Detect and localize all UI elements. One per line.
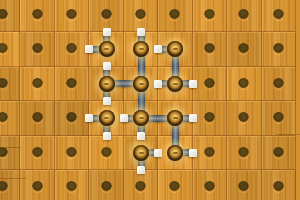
pipe-open-end [189, 80, 197, 88]
piece-layer [0, 0, 300, 200]
pipe-hub-icon [99, 110, 115, 126]
pipe-hub-icon [167, 76, 183, 92]
pipe-hub-icon [167, 145, 183, 161]
pipe-open-end [154, 80, 162, 88]
pipe-open-end [137, 132, 145, 140]
pipe-hub-icon [167, 110, 183, 126]
pipe-open-end [103, 28, 111, 36]
pipe-hub-icon [167, 41, 183, 57]
pipe-open-end [103, 62, 111, 70]
pipe-open-end [137, 28, 145, 36]
pipe-open-end [103, 132, 111, 140]
pipe-open-end [154, 149, 162, 157]
pipe-hub-icon [133, 76, 149, 92]
pipe-hub-icon [99, 76, 115, 92]
pipe-open-end [120, 114, 128, 122]
pipe-open-end [85, 45, 93, 53]
pipe-open-end [85, 114, 93, 122]
pipe-open-end [154, 45, 162, 53]
pipe-open-end [137, 166, 145, 174]
pegboard [0, 0, 300, 200]
pipe-hub-icon [99, 41, 115, 57]
pipe-open-end [103, 97, 111, 105]
pipe-hub-icon [133, 110, 149, 126]
pipe-hub-icon [133, 145, 149, 161]
pipe-open-end [189, 114, 197, 122]
pipe-hub-icon [133, 41, 149, 57]
pipe-open-end [189, 149, 197, 157]
